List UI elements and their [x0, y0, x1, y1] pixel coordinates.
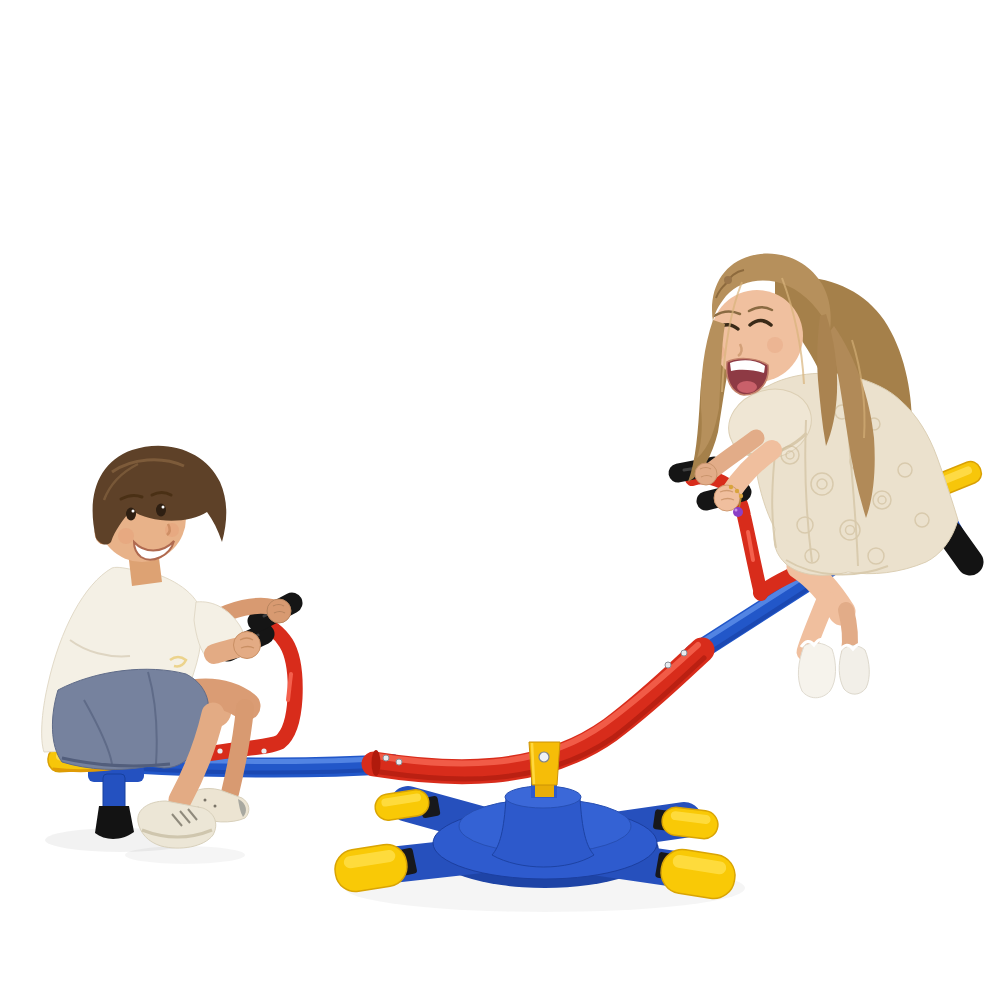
girl-near-sock — [798, 643, 835, 698]
girl-far-fist — [695, 463, 717, 485]
girl-far-sock — [839, 646, 869, 695]
boy-near-shoe — [138, 801, 216, 848]
boy-near-fist — [234, 632, 261, 659]
right-rubber-bumper — [950, 534, 970, 562]
left-rubber-bumper — [95, 806, 134, 839]
seesaw-photo-illustration — [0, 0, 1000, 1000]
pivot-bolt — [539, 752, 549, 762]
boy-shorts — [52, 669, 208, 769]
product-photo — [0, 0, 1000, 1000]
